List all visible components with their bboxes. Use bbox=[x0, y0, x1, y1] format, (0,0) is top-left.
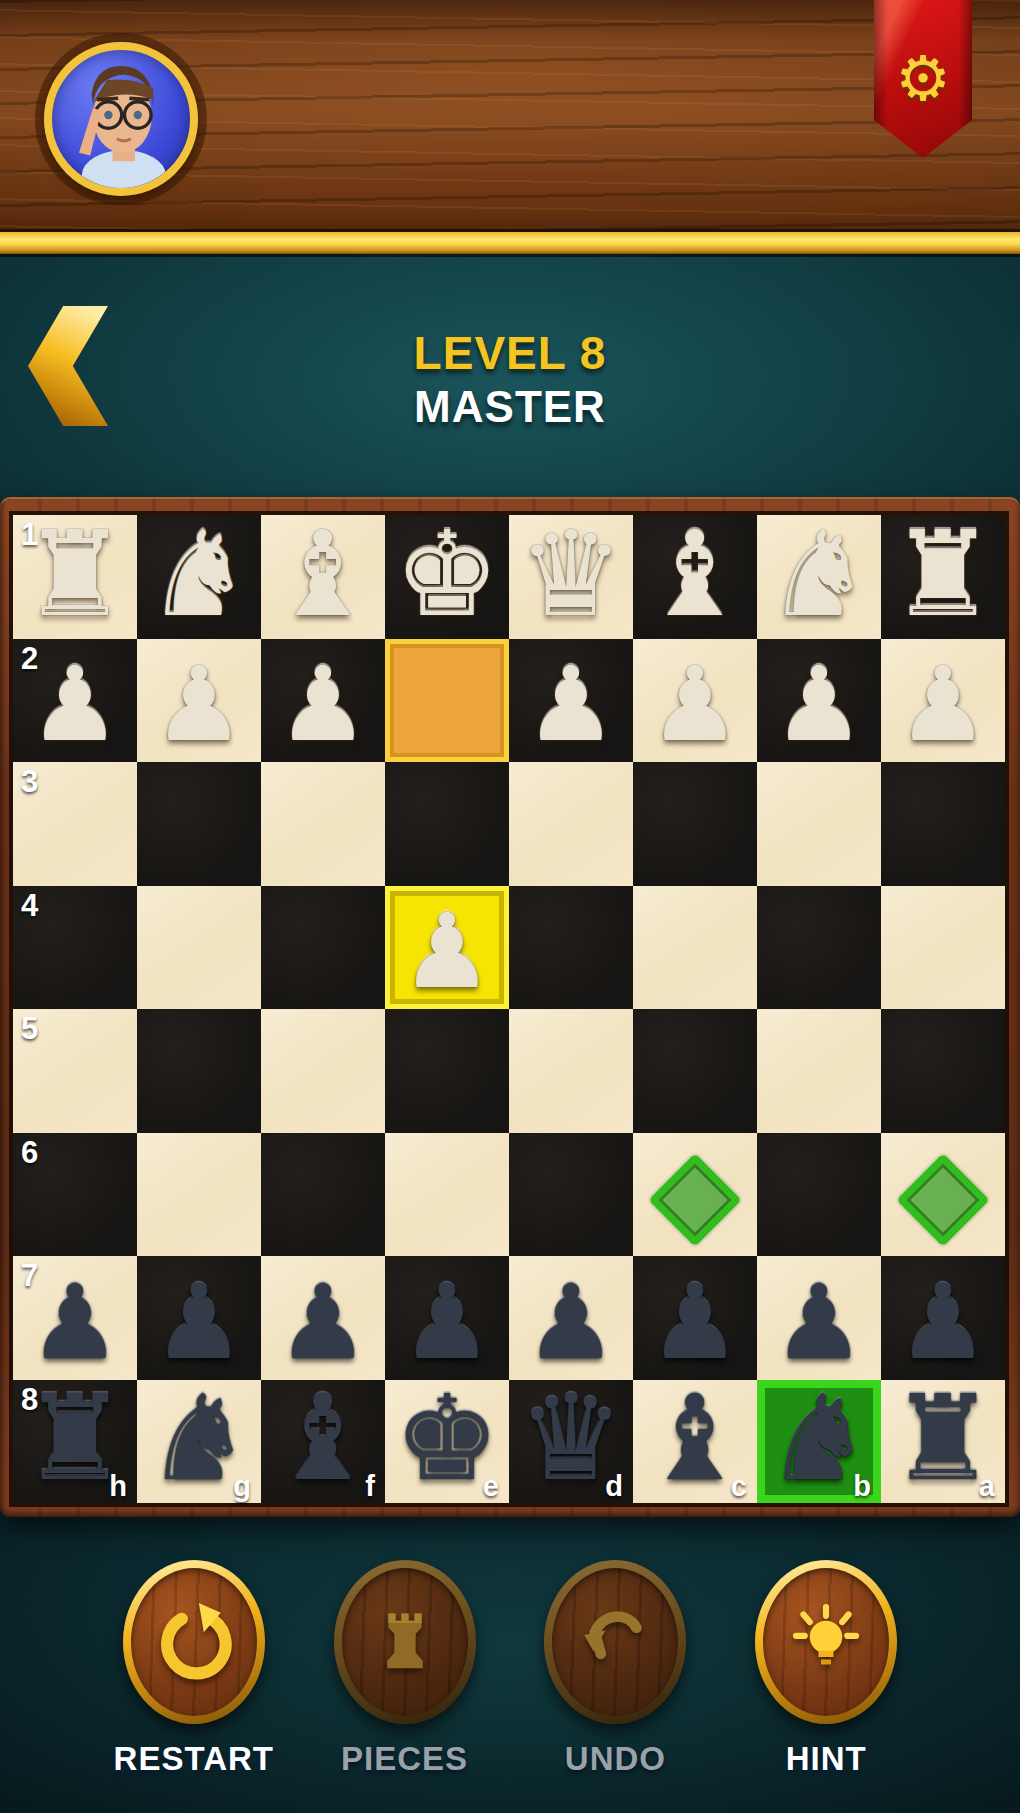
undo-icon bbox=[577, 1604, 653, 1680]
gear-icon: ⚙ bbox=[874, 48, 972, 110]
square-h7[interactable]: 7♟ bbox=[13, 1256, 137, 1380]
file-label-d: d bbox=[605, 1470, 623, 1503]
rank-label-3: 3 bbox=[21, 764, 38, 800]
square-a2[interactable]: ♟ bbox=[881, 639, 1005, 763]
white-bishop[interactable]: ♝ bbox=[261, 515, 385, 639]
hint-label: HINT bbox=[786, 1740, 867, 1778]
file-label-c: c bbox=[731, 1470, 747, 1503]
square-c4[interactable] bbox=[633, 886, 757, 1010]
square-e2[interactable] bbox=[385, 639, 509, 763]
square-e4[interactable]: ♟ bbox=[385, 886, 509, 1010]
white-knight[interactable]: ♞ bbox=[757, 515, 881, 639]
square-c7[interactable]: ♟ bbox=[633, 1256, 757, 1380]
square-f7[interactable]: ♟ bbox=[261, 1256, 385, 1380]
restart-label: RESTART bbox=[114, 1740, 274, 1778]
file-label-b: b bbox=[853, 1470, 871, 1503]
square-d4[interactable] bbox=[509, 886, 633, 1010]
rank-label-6: 6 bbox=[21, 1135, 38, 1171]
square-b8[interactable]: b♞ bbox=[757, 1380, 881, 1504]
square-e8[interactable]: e♚ bbox=[385, 1380, 509, 1504]
top-bar: ⚙ bbox=[0, 0, 1020, 254]
level-label: LEVEL 8 bbox=[0, 326, 1020, 380]
white-pawn[interactable]: ♟ bbox=[261, 639, 385, 763]
square-a8[interactable]: a♜ bbox=[881, 1380, 1005, 1504]
black-pawn[interactable]: ♟ bbox=[633, 1256, 757, 1380]
square-a4[interactable] bbox=[881, 886, 1005, 1010]
app-screen: ⚙ LEVEL 8 MASTER 1♜♞♝♚♛♝♞♜2♟♟♟♟♟♟♟34♟567… bbox=[0, 0, 1020, 1813]
square-f8[interactable]: f♝ bbox=[261, 1380, 385, 1504]
white-rook[interactable]: ♜ bbox=[881, 515, 1005, 639]
square-a1[interactable]: ♜ bbox=[881, 515, 1005, 639]
square-c6[interactable] bbox=[633, 1133, 757, 1257]
square-c5[interactable] bbox=[633, 1009, 757, 1133]
settings-ribbon[interactable]: ⚙ bbox=[874, 0, 972, 158]
square-c2[interactable]: ♟ bbox=[633, 639, 757, 763]
rank-label-4: 4 bbox=[21, 888, 38, 924]
chess-board: 1♜♞♝♚♛♝♞♜2♟♟♟♟♟♟♟34♟567♟♟♟♟♟♟♟♟8h♜g♞f♝e♚… bbox=[13, 515, 1005, 1503]
rank-label-5: 5 bbox=[21, 1011, 38, 1047]
square-b7[interactable]: ♟ bbox=[757, 1256, 881, 1380]
square-b1[interactable]: ♞ bbox=[757, 515, 881, 639]
undo-label: UNDO bbox=[565, 1740, 666, 1778]
square-e6[interactable] bbox=[385, 1133, 509, 1257]
file-label-h: h bbox=[109, 1470, 127, 1503]
square-g1[interactable]: ♞ bbox=[137, 515, 261, 639]
file-label-a: a bbox=[979, 1470, 995, 1503]
player-avatar[interactable] bbox=[44, 42, 198, 196]
black-pawn[interactable]: ♟ bbox=[509, 1256, 633, 1380]
white-pawn[interactable]: ♟ bbox=[633, 639, 757, 763]
square-g3[interactable] bbox=[137, 762, 261, 886]
square-d6[interactable] bbox=[509, 1133, 633, 1257]
square-g5[interactable] bbox=[137, 1009, 261, 1133]
black-pawn[interactable]: ♟ bbox=[757, 1256, 881, 1380]
move-hint-a6[interactable] bbox=[896, 1154, 989, 1247]
square-g4[interactable] bbox=[137, 886, 261, 1010]
square-d3[interactable] bbox=[509, 762, 633, 886]
square-g2[interactable]: ♟ bbox=[137, 639, 261, 763]
square-h1[interactable]: 1♜ bbox=[13, 515, 137, 639]
white-pawn[interactable]: ♟ bbox=[137, 639, 261, 763]
square-h6[interactable]: 6 bbox=[13, 1133, 137, 1257]
rank-label-8: 8 bbox=[21, 1382, 38, 1418]
header-gold-trim bbox=[0, 229, 1020, 254]
avatar-face-illustration bbox=[48, 52, 194, 192]
file-label-g: g bbox=[233, 1470, 251, 1503]
move-hint-c6[interactable] bbox=[648, 1154, 741, 1247]
white-pawn[interactable]: ♟ bbox=[385, 886, 509, 1010]
square-g8[interactable]: g♞ bbox=[137, 1380, 261, 1504]
square-d1[interactable]: ♛ bbox=[509, 515, 633, 639]
square-d7[interactable]: ♟ bbox=[509, 1256, 633, 1380]
black-pawn[interactable]: ♟ bbox=[261, 1256, 385, 1380]
square-e7[interactable]: ♟ bbox=[385, 1256, 509, 1380]
difficulty-label: MASTER bbox=[0, 382, 1020, 432]
rank-label-2: 2 bbox=[21, 641, 38, 677]
white-pawn[interactable]: ♟ bbox=[757, 639, 881, 763]
rook-icon bbox=[367, 1604, 443, 1680]
square-c3[interactable] bbox=[633, 762, 757, 886]
square-c1[interactable]: ♝ bbox=[633, 515, 757, 639]
lightbulb-icon bbox=[786, 1602, 866, 1682]
square-h3[interactable]: 3 bbox=[13, 762, 137, 886]
white-knight[interactable]: ♞ bbox=[137, 515, 261, 639]
pieces-button[interactable]: PIECES bbox=[330, 1560, 480, 1800]
restart-icon bbox=[155, 1603, 233, 1681]
square-b4[interactable] bbox=[757, 886, 881, 1010]
black-pawn[interactable]: ♟ bbox=[385, 1256, 509, 1380]
rank-label-7: 7 bbox=[21, 1258, 38, 1294]
restart-button[interactable]: RESTART bbox=[119, 1560, 269, 1800]
file-label-e: e bbox=[483, 1470, 499, 1503]
square-d8[interactable]: d♛ bbox=[509, 1380, 633, 1504]
square-f5[interactable] bbox=[261, 1009, 385, 1133]
square-h2[interactable]: 2♟ bbox=[13, 639, 137, 763]
white-pawn[interactable]: ♟ bbox=[881, 639, 1005, 763]
square-h8[interactable]: 8h♜ bbox=[13, 1380, 137, 1504]
square-d5[interactable] bbox=[509, 1009, 633, 1133]
black-pawn[interactable]: ♟ bbox=[881, 1256, 1005, 1380]
undo-button[interactable]: UNDO bbox=[540, 1560, 690, 1800]
square-a7[interactable]: ♟ bbox=[881, 1256, 1005, 1380]
square-f3[interactable] bbox=[261, 762, 385, 886]
square-b5[interactable] bbox=[757, 1009, 881, 1133]
square-g7[interactable]: ♟ bbox=[137, 1256, 261, 1380]
square-g6[interactable] bbox=[137, 1133, 261, 1257]
pieces-label: PIECES bbox=[341, 1740, 468, 1778]
square-b2[interactable]: ♟ bbox=[757, 639, 881, 763]
square-b3[interactable] bbox=[757, 762, 881, 886]
white-pawn[interactable]: ♟ bbox=[509, 639, 633, 763]
square-a3[interactable] bbox=[881, 762, 1005, 886]
square-b6[interactable] bbox=[757, 1133, 881, 1257]
square-d2[interactable]: ♟ bbox=[509, 639, 633, 763]
square-f6[interactable] bbox=[261, 1133, 385, 1257]
square-a6[interactable] bbox=[881, 1133, 1005, 1257]
white-queen[interactable]: ♛ bbox=[509, 515, 633, 639]
square-a5[interactable] bbox=[881, 1009, 1005, 1133]
chess-board-frame: 1♜♞♝♚♛♝♞♜2♟♟♟♟♟♟♟34♟567♟♟♟♟♟♟♟♟8h♜g♞f♝e♚… bbox=[0, 497, 1020, 1517]
white-bishop[interactable]: ♝ bbox=[633, 515, 757, 639]
rank-label-1: 1 bbox=[21, 517, 38, 553]
square-e3[interactable] bbox=[385, 762, 509, 886]
square-f4[interactable] bbox=[261, 886, 385, 1010]
black-pawn[interactable]: ♟ bbox=[137, 1256, 261, 1380]
white-king[interactable]: ♚ bbox=[385, 515, 509, 639]
toolbar: RESTART PIECES UNDO bbox=[0, 1560, 1020, 1800]
square-h5[interactable]: 5 bbox=[13, 1009, 137, 1133]
square-f2[interactable]: ♟ bbox=[261, 639, 385, 763]
square-f1[interactable]: ♝ bbox=[261, 515, 385, 639]
square-e5[interactable] bbox=[385, 1009, 509, 1133]
hint-button[interactable]: HINT bbox=[751, 1560, 901, 1800]
file-label-f: f bbox=[365, 1470, 375, 1503]
square-h4[interactable]: 4 bbox=[13, 886, 137, 1010]
square-c8[interactable]: c♝ bbox=[633, 1380, 757, 1504]
square-e1[interactable]: ♚ bbox=[385, 515, 509, 639]
